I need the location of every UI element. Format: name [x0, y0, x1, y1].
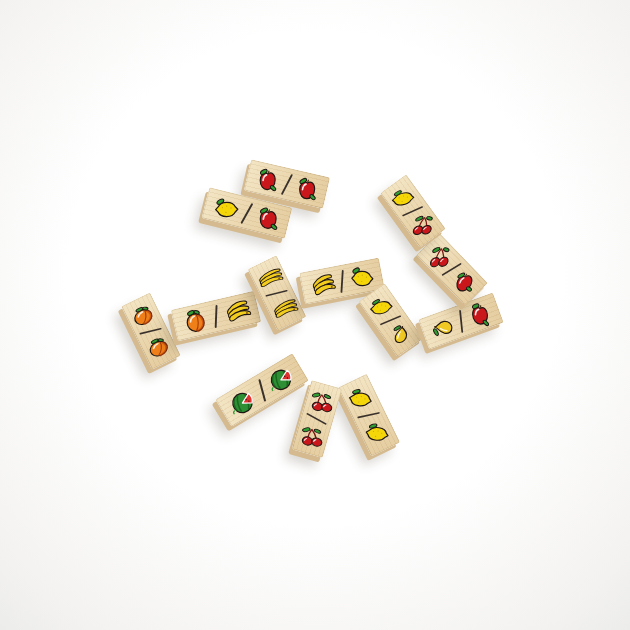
tile-half-banana [212, 291, 261, 332]
pear-icon [428, 312, 456, 343]
cherry-icon [425, 241, 455, 271]
apple-icon [466, 299, 494, 330]
domino-tile-watermelon-watermelon[interactable] [215, 353, 309, 427]
apple-icon [293, 173, 321, 204]
lemon-icon [348, 262, 376, 292]
apple-icon [449, 267, 479, 297]
banana-icon [308, 270, 336, 300]
domino-tile-cherry-apple[interactable] [416, 233, 488, 306]
banana-icon [269, 295, 300, 322]
watermelon-icon [225, 384, 261, 420]
domino-tile-apricot-banana[interactable] [171, 291, 262, 341]
lemon-icon [359, 417, 396, 448]
domino-tile-lemon-pear[interactable] [359, 283, 424, 357]
apricot-icon [143, 333, 174, 360]
banana-icon [254, 264, 285, 291]
domino-tile-cherry-cherry[interactable] [292, 380, 343, 458]
domino-tile-apricot-apricot[interactable] [121, 292, 181, 369]
fruit-domino-scene [0, 0, 630, 630]
domino-tile-lemon-lemon[interactable] [338, 374, 400, 457]
apricot-icon [181, 306, 210, 336]
watermelon-icon [263, 360, 299, 396]
cherry-icon [296, 423, 327, 449]
apple-icon [253, 203, 282, 233]
cherry-icon [407, 210, 438, 239]
pear-icon [385, 320, 416, 348]
banana-icon [222, 296, 251, 326]
tile-half-cherry [292, 415, 333, 458]
domino-tiles-layer [0, 0, 630, 630]
lemon-icon [342, 382, 379, 413]
lemon-icon [212, 193, 241, 223]
tile-half-banana [299, 265, 345, 304]
lemon-icon [388, 183, 419, 212]
cherry-icon [306, 389, 337, 415]
lemon-icon [366, 292, 397, 320]
apple-icon [253, 164, 281, 195]
apricot-icon [128, 302, 159, 329]
tile-half-apricot [171, 300, 220, 341]
